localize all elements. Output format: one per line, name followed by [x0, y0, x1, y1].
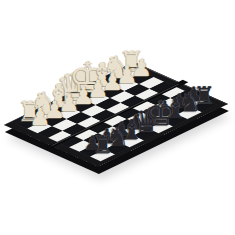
product-photo: ♜♞♝♛♚♝♞♜♟♟♟♟♟♟♟♟♟♟♟♟♟♟♟♟♜♞♝♛♚♝♞♜ — [0, 0, 235, 235]
playing-field: ♜♞♝♛♚♝♞♜♟♟♟♟♟♟♟♟♟♟♟♟♟♟♟♟♜♞♝♛♚♝♞♜ — [16, 67, 217, 161]
black-rook-h8: ♜ — [182, 62, 226, 106]
chess-board: ♜♞♝♛♚♝♞♜♟♟♟♟♟♟♟♟♟♟♟♟♟♟♟♟♜♞♝♛♚♝♞♜ — [4, 62, 228, 167]
latch — [46, 145, 54, 149]
